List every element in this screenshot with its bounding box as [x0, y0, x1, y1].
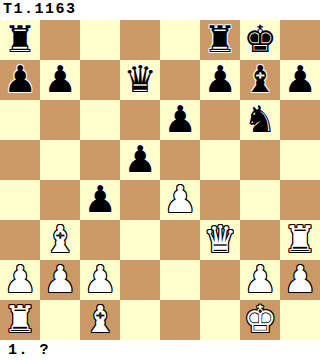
square-b4[interactable]: [40, 180, 80, 220]
move-prompt: 1. ?: [8, 341, 50, 360]
square-f4[interactable]: [200, 180, 240, 220]
piece-black-pawn: ♟: [163, 100, 196, 140]
square-h1[interactable]: [280, 300, 320, 340]
square-h2[interactable]: ♟: [280, 260, 320, 300]
square-a8[interactable]: ♜: [0, 20, 40, 60]
piece-black-rook: ♜: [203, 20, 236, 60]
square-d1[interactable]: [120, 300, 160, 340]
square-h8[interactable]: [280, 20, 320, 60]
square-e2[interactable]: [160, 260, 200, 300]
piece-black-pawn: ♟: [83, 180, 116, 220]
square-g4[interactable]: [240, 180, 280, 220]
square-e7[interactable]: [160, 60, 200, 100]
piece-black-pawn: ♟: [203, 60, 236, 100]
piece-black-pawn: ♟: [3, 60, 36, 100]
square-b6[interactable]: [40, 100, 80, 140]
square-b8[interactable]: [40, 20, 80, 60]
square-f1[interactable]: [200, 300, 240, 340]
square-h7[interactable]: ♟: [280, 60, 320, 100]
piece-black-bishop: ♝: [243, 60, 276, 100]
square-h4[interactable]: [280, 180, 320, 220]
piece-black-pawn: ♟: [283, 60, 316, 100]
square-c6[interactable]: [80, 100, 120, 140]
square-f2[interactable]: [200, 260, 240, 300]
piece-white-bishop: ♝: [83, 300, 116, 340]
square-e4[interactable]: ♟: [160, 180, 200, 220]
piece-white-pawn: ♟: [283, 260, 316, 300]
square-a2[interactable]: ♟: [0, 260, 40, 300]
puzzle-title: T1.1163: [3, 0, 77, 19]
square-e8[interactable]: [160, 20, 200, 60]
piece-white-pawn: ♟: [83, 260, 116, 300]
square-g8[interactable]: ♚: [240, 20, 280, 60]
square-b1[interactable]: [40, 300, 80, 340]
piece-black-knight: ♞: [243, 100, 276, 140]
square-b5[interactable]: [40, 140, 80, 180]
piece-black-pawn: ♟: [123, 140, 156, 180]
square-h6[interactable]: [280, 100, 320, 140]
piece-black-rook: ♜: [3, 20, 36, 60]
square-c4[interactable]: ♟: [80, 180, 120, 220]
square-g5[interactable]: [240, 140, 280, 180]
square-e5[interactable]: [160, 140, 200, 180]
square-h3[interactable]: ♜: [280, 220, 320, 260]
piece-white-pawn: ♟: [3, 260, 36, 300]
square-g7[interactable]: ♝: [240, 60, 280, 100]
piece-black-king: ♚: [243, 20, 276, 60]
square-g2[interactable]: ♟: [240, 260, 280, 300]
square-g3[interactable]: [240, 220, 280, 260]
square-c7[interactable]: [80, 60, 120, 100]
square-c1[interactable]: ♝: [80, 300, 120, 340]
square-d5[interactable]: ♟: [120, 140, 160, 180]
square-d8[interactable]: [120, 20, 160, 60]
piece-white-pawn: ♟: [163, 180, 196, 220]
square-f8[interactable]: ♜: [200, 20, 240, 60]
square-e1[interactable]: [160, 300, 200, 340]
square-c3[interactable]: [80, 220, 120, 260]
piece-black-pawn: ♟: [43, 60, 76, 100]
chess-board: ♜♜♚♟♟♛♟♝♟♟♞♟♟♟♝♛♜♟♟♟♟♟♜♝♚: [0, 20, 320, 340]
square-f6[interactable]: [200, 100, 240, 140]
piece-white-pawn: ♟: [243, 260, 276, 300]
piece-white-rook: ♜: [3, 300, 36, 340]
square-d7[interactable]: ♛: [120, 60, 160, 100]
square-f5[interactable]: [200, 140, 240, 180]
piece-white-bishop: ♝: [43, 220, 76, 260]
square-a3[interactable]: [0, 220, 40, 260]
square-g6[interactable]: ♞: [240, 100, 280, 140]
piece-white-rook: ♜: [283, 220, 316, 260]
square-b2[interactable]: ♟: [40, 260, 80, 300]
square-e6[interactable]: ♟: [160, 100, 200, 140]
square-c8[interactable]: [80, 20, 120, 60]
piece-black-queen: ♛: [123, 60, 156, 100]
square-c2[interactable]: ♟: [80, 260, 120, 300]
square-d2[interactable]: [120, 260, 160, 300]
piece-white-pawn: ♟: [43, 260, 76, 300]
square-h5[interactable]: [280, 140, 320, 180]
square-e3[interactable]: [160, 220, 200, 260]
square-d3[interactable]: [120, 220, 160, 260]
square-d4[interactable]: [120, 180, 160, 220]
square-d6[interactable]: [120, 100, 160, 140]
square-b3[interactable]: ♝: [40, 220, 80, 260]
square-a7[interactable]: ♟: [0, 60, 40, 100]
square-a6[interactable]: [0, 100, 40, 140]
piece-white-queen: ♛: [203, 220, 236, 260]
square-f7[interactable]: ♟: [200, 60, 240, 100]
square-a5[interactable]: [0, 140, 40, 180]
piece-white-king: ♚: [243, 300, 276, 340]
square-a1[interactable]: ♜: [0, 300, 40, 340]
square-a4[interactable]: [0, 180, 40, 220]
square-g1[interactable]: ♚: [240, 300, 280, 340]
square-f3[interactable]: ♛: [200, 220, 240, 260]
square-c5[interactable]: [80, 140, 120, 180]
square-b7[interactable]: ♟: [40, 60, 80, 100]
